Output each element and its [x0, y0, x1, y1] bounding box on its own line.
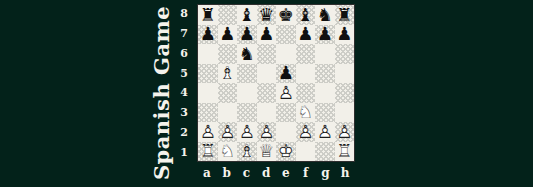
rank-label-2: 2: [174, 123, 191, 143]
square-e2: [276, 122, 296, 142]
piece-outline: ♖: [200, 142, 216, 160]
square-g2: ♟♙: [315, 122, 335, 142]
file-label-h: h: [335, 163, 355, 183]
square-f3: ♞♘: [296, 103, 316, 123]
piece-glyph: ♟: [219, 25, 235, 43]
square-e7: [276, 25, 296, 45]
piece-white-pawn: ♟♙: [276, 83, 296, 103]
piece-white-pawn: ♟♙: [335, 122, 355, 142]
square-h1: ♜♖: [335, 142, 355, 162]
piece-black-rook: ♜: [198, 5, 218, 25]
piece-black-rook: ♜: [335, 5, 355, 25]
piece-white-knight: ♞♘: [218, 142, 238, 162]
rank-labels: 87654321: [174, 4, 191, 162]
square-g6: [315, 44, 335, 64]
piece-white-pawn: ♟♙: [237, 122, 257, 142]
square-d3: [257, 103, 277, 123]
piece-glyph: ♜: [200, 6, 216, 24]
piece-black-knight: ♞: [315, 5, 335, 25]
rank-label-4: 4: [174, 83, 191, 103]
piece-white-rook: ♜♖: [335, 142, 355, 162]
diagram-title: Spanish Game: [149, 6, 174, 180]
piece-glyph: ♝: [297, 6, 313, 24]
piece-black-pawn: ♟: [237, 25, 257, 45]
piece-white-knight: ♞♘: [296, 103, 316, 123]
square-e4: ♟♙: [276, 83, 296, 103]
chess-board: ♜♝♛♚♝♞♜♟♟♟♟♟♟♟♞♝♗♟♟♙♞♘♟♙♟♙♟♙♟♙♟♙♟♙♟♙♜♖♞♘…: [197, 4, 355, 162]
piece-black-pawn: ♟: [276, 64, 296, 84]
square-g7: ♟: [315, 25, 335, 45]
square-h4: [335, 83, 355, 103]
piece-outline: ♙: [317, 123, 333, 141]
square-b2: ♟♙: [218, 122, 238, 142]
square-g3: [315, 103, 335, 123]
square-d4: [257, 83, 277, 103]
square-c2: ♟♙: [237, 122, 257, 142]
square-c1: ♝♗: [237, 142, 257, 162]
square-b1: ♞♘: [218, 142, 238, 162]
piece-outline: ♔: [278, 142, 294, 160]
piece-outline: ♘: [219, 142, 235, 160]
piece-glyph: ♟: [336, 25, 352, 43]
piece-glyph: ♞: [317, 6, 333, 24]
piece-black-queen: ♛: [257, 5, 277, 25]
square-a2: ♟♙: [198, 122, 218, 142]
piece-outline: ♗: [219, 64, 235, 82]
square-g4: [315, 83, 335, 103]
piece-glyph: ♝: [239, 6, 255, 24]
file-label-a: a: [197, 163, 217, 183]
piece-white-pawn: ♟♙: [315, 122, 335, 142]
file-label-d: d: [256, 163, 276, 183]
piece-white-pawn: ♟♙: [257, 122, 277, 142]
square-e5: ♟: [276, 64, 296, 84]
square-d1: ♛♕: [257, 142, 277, 162]
square-b3: [218, 103, 238, 123]
piece-black-pawn: ♟: [296, 25, 316, 45]
piece-glyph: ♟: [239, 25, 255, 43]
piece-glyph: ♟: [278, 64, 294, 82]
square-f1: [296, 142, 316, 162]
rank-label-5: 5: [174, 63, 191, 83]
square-c6: ♞: [237, 44, 257, 64]
square-d8: ♛: [257, 5, 277, 25]
piece-white-pawn: ♟♙: [218, 122, 238, 142]
square-a4: [198, 83, 218, 103]
square-b4: [218, 83, 238, 103]
piece-outline: ♘: [297, 103, 313, 121]
piece-outline: ♗: [239, 142, 255, 160]
square-e1: ♚♔: [276, 142, 296, 162]
square-f5: [296, 64, 316, 84]
piece-outline: ♙: [336, 123, 352, 141]
rank-label-3: 3: [174, 103, 191, 123]
square-h8: ♜: [335, 5, 355, 25]
file-labels: abcdefgh: [197, 163, 355, 183]
piece-glyph: ♜: [336, 6, 352, 24]
piece-glyph: ♟: [297, 25, 313, 43]
piece-black-bishop: ♝: [237, 5, 257, 25]
file-label-e: e: [276, 163, 296, 183]
square-g8: ♞: [315, 5, 335, 25]
piece-white-queen: ♛♕: [257, 142, 277, 162]
square-d7: ♟: [257, 25, 277, 45]
piece-black-pawn: ♟: [335, 25, 355, 45]
piece-glyph: ♟: [317, 25, 333, 43]
square-b8: [218, 5, 238, 25]
square-b7: ♟: [218, 25, 238, 45]
square-b5: ♝♗: [218, 64, 238, 84]
piece-black-knight: ♞: [237, 44, 257, 64]
piece-white-pawn: ♟♙: [198, 122, 218, 142]
square-h3: [335, 103, 355, 123]
square-a8: ♜: [198, 5, 218, 25]
piece-outline: ♖: [336, 142, 352, 160]
piece-black-pawn: ♟: [198, 25, 218, 45]
piece-glyph: ♟: [258, 25, 274, 43]
square-a3: [198, 103, 218, 123]
piece-black-pawn: ♟: [315, 25, 335, 45]
rank-label-8: 8: [174, 4, 191, 24]
piece-black-bishop: ♝: [296, 5, 316, 25]
rank-label-7: 7: [174, 24, 191, 44]
square-f6: [296, 44, 316, 64]
piece-white-rook: ♜♖: [198, 142, 218, 162]
square-e6: [276, 44, 296, 64]
piece-white-bishop: ♝♗: [218, 64, 238, 84]
square-d6: [257, 44, 277, 64]
piece-white-pawn: ♟♙: [296, 122, 316, 142]
square-f4: [296, 83, 316, 103]
chess-diagram: Spanish Game 87654321 ♜♝♛♚♝♞♜♟♟♟♟♟♟♟♞♝♗♟…: [0, 0, 533, 187]
square-c7: ♟: [237, 25, 257, 45]
square-b6: [218, 44, 238, 64]
square-h7: ♟: [335, 25, 355, 45]
piece-outline: ♙: [278, 84, 294, 102]
file-label-c: c: [237, 163, 257, 183]
piece-black-pawn: ♟: [257, 25, 277, 45]
piece-glyph: ♚: [278, 6, 294, 24]
piece-outline: ♙: [297, 123, 313, 141]
square-h6: [335, 44, 355, 64]
piece-outline: ♙: [219, 123, 235, 141]
square-g5: [315, 64, 335, 84]
piece-glyph: ♛: [258, 6, 274, 24]
square-e8: ♚: [276, 5, 296, 25]
square-c3: [237, 103, 257, 123]
square-a1: ♜♖: [198, 142, 218, 162]
square-d2: ♟♙: [257, 122, 277, 142]
square-c5: [237, 64, 257, 84]
piece-white-bishop: ♝♗: [237, 142, 257, 162]
square-f2: ♟♙: [296, 122, 316, 142]
square-f7: ♟: [296, 25, 316, 45]
rank-label-6: 6: [174, 44, 191, 64]
square-c8: ♝: [237, 5, 257, 25]
square-a6: [198, 44, 218, 64]
file-label-b: b: [217, 163, 237, 183]
rank-label-1: 1: [174, 142, 191, 162]
square-g1: [315, 142, 335, 162]
piece-white-king: ♚♔: [276, 142, 296, 162]
square-c4: [237, 83, 257, 103]
piece-outline: ♙: [239, 123, 255, 141]
piece-black-king: ♚: [276, 5, 296, 25]
square-a7: ♟: [198, 25, 218, 45]
square-a5: [198, 64, 218, 84]
square-d5: [257, 64, 277, 84]
piece-glyph: ♞: [239, 45, 255, 63]
piece-outline: ♙: [200, 123, 216, 141]
square-e3: [276, 103, 296, 123]
square-h5: [335, 64, 355, 84]
piece-outline: ♕: [258, 142, 274, 160]
square-f8: ♝: [296, 5, 316, 25]
file-label-g: g: [316, 163, 336, 183]
piece-outline: ♙: [258, 123, 274, 141]
piece-black-pawn: ♟: [218, 25, 238, 45]
piece-glyph: ♟: [200, 25, 216, 43]
file-label-f: f: [296, 163, 316, 183]
square-h2: ♟♙: [335, 122, 355, 142]
